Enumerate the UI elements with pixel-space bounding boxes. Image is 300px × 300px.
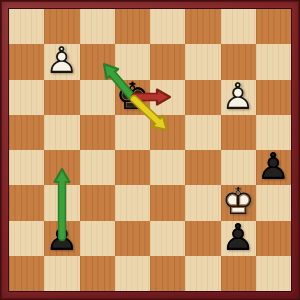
square-c1[interactable]: [185, 9, 220, 44]
pawn-outline-glyph: ♙: [221, 219, 256, 254]
square-a3[interactable]: [256, 80, 291, 115]
square-b4[interactable]: [221, 115, 256, 150]
square-d5[interactable]: [150, 150, 185, 185]
piece-white-pawn-g2[interactable]: ♟♙: [44, 44, 79, 79]
board-wrap: ♟♙♚♔♟♙♟♙♚♔♟♙♟♙: [9, 9, 291, 291]
square-a1[interactable]: [256, 9, 291, 44]
square-h6[interactable]: [9, 185, 44, 220]
square-g8[interactable]: [44, 256, 79, 291]
square-e6[interactable]: [115, 185, 150, 220]
square-d2[interactable]: [150, 44, 185, 79]
square-h5[interactable]: [9, 150, 44, 185]
piece-black-pawn-g7[interactable]: ♟♙: [44, 221, 79, 256]
square-a5[interactable]: ♟♙: [256, 150, 291, 185]
square-b1[interactable]: [221, 9, 256, 44]
square-c3[interactable]: [185, 80, 220, 115]
square-g4[interactable]: [44, 115, 79, 150]
square-c6[interactable]: [185, 185, 220, 220]
square-b8[interactable]: [221, 256, 256, 291]
square-h3[interactable]: [9, 80, 44, 115]
square-f4[interactable]: [80, 115, 115, 150]
square-h1[interactable]: [9, 9, 44, 44]
square-f2[interactable]: [80, 44, 115, 79]
piece-white-pawn-b3[interactable]: ♟♙: [221, 80, 256, 115]
square-g3[interactable]: [44, 80, 79, 115]
pawn-outline-glyph: ♙: [44, 43, 79, 78]
square-f7[interactable]: [80, 221, 115, 256]
square-g7[interactable]: ♟♙: [44, 221, 79, 256]
square-e7[interactable]: [115, 221, 150, 256]
king-outline-glyph: ♔: [221, 184, 256, 219]
square-e4[interactable]: [115, 115, 150, 150]
square-e5[interactable]: [115, 150, 150, 185]
square-d4[interactable]: [150, 115, 185, 150]
square-h7[interactable]: [9, 221, 44, 256]
piece-black-king-e3[interactable]: ♚♔: [115, 80, 150, 115]
square-d7[interactable]: [150, 221, 185, 256]
square-g5[interactable]: [44, 150, 79, 185]
square-f6[interactable]: [80, 185, 115, 220]
square-e3[interactable]: ♚♔: [115, 80, 150, 115]
square-f3[interactable]: [80, 80, 115, 115]
square-g2[interactable]: ♟♙: [44, 44, 79, 79]
square-c8[interactable]: [185, 256, 220, 291]
board: ♟♙♚♔♟♙♟♙♚♔♟♙♟♙: [9, 9, 291, 291]
square-f8[interactable]: [80, 256, 115, 291]
pawn-outline-glyph: ♙: [221, 78, 256, 113]
piece-black-pawn-b7[interactable]: ♟♙: [221, 221, 256, 256]
square-h2[interactable]: [9, 44, 44, 79]
square-f1[interactable]: [80, 9, 115, 44]
square-e1[interactable]: [115, 9, 150, 44]
board-frame: ♟♙♚♔♟♙♟♙♚♔♟♙♟♙: [0, 0, 300, 300]
square-b3[interactable]: ♟♙: [221, 80, 256, 115]
square-f5[interactable]: [80, 150, 115, 185]
king-outline-glyph: ♔: [115, 78, 150, 113]
square-h4[interactable]: [9, 115, 44, 150]
square-a7[interactable]: [256, 221, 291, 256]
square-a6[interactable]: [256, 185, 291, 220]
square-c7[interactable]: [185, 221, 220, 256]
pawn-outline-glyph: ♙: [44, 219, 79, 254]
square-c4[interactable]: [185, 115, 220, 150]
piece-black-pawn-a5[interactable]: ♟♙: [256, 150, 291, 185]
square-d8[interactable]: [150, 256, 185, 291]
pawn-outline-glyph: ♙: [256, 149, 291, 184]
square-d3[interactable]: [150, 80, 185, 115]
square-d6[interactable]: [150, 185, 185, 220]
square-a8[interactable]: [256, 256, 291, 291]
square-d1[interactable]: [150, 9, 185, 44]
square-e8[interactable]: [115, 256, 150, 291]
square-h8[interactable]: [9, 256, 44, 291]
square-a2[interactable]: [256, 44, 291, 79]
square-c5[interactable]: [185, 150, 220, 185]
square-b7[interactable]: ♟♙: [221, 221, 256, 256]
square-c2[interactable]: [185, 44, 220, 79]
